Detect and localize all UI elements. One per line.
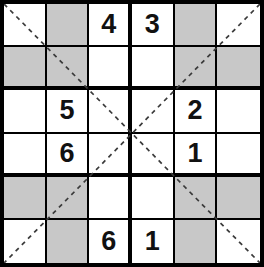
- cell-r2c5[interactable]: [175, 47, 218, 90]
- cell-r4c3[interactable]: [89, 134, 132, 177]
- cell-r5c3[interactable]: [89, 177, 132, 220]
- cell-r5c5[interactable]: [175, 177, 218, 220]
- cell-r5c1[interactable]: [4, 177, 47, 220]
- cell-r5c2[interactable]: [47, 177, 90, 220]
- cell-r1c3-given: 4: [89, 4, 132, 47]
- cell-r3c6[interactable]: [217, 90, 260, 133]
- cell-r1c1[interactable]: [4, 4, 47, 47]
- cell-r2c2[interactable]: [47, 47, 90, 90]
- cell-r6c4-given: 1: [132, 220, 175, 263]
- cell-r5c4[interactable]: [132, 177, 175, 220]
- sudoku-grid: 43526161: [4, 4, 260, 263]
- cell-r3c5-given: 2: [175, 90, 218, 133]
- cell-r3c3[interactable]: [89, 90, 132, 133]
- cell-r3c2-given: 5: [47, 90, 90, 133]
- cell-r6c5[interactable]: [175, 220, 218, 263]
- cell-r1c4-given: 3: [132, 4, 175, 47]
- cell-r1c6[interactable]: [217, 4, 260, 47]
- cell-r3c4[interactable]: [132, 90, 175, 133]
- cell-r4c2-given: 6: [47, 134, 90, 177]
- cell-r2c3[interactable]: [89, 47, 132, 90]
- cell-r2c1[interactable]: [4, 47, 47, 90]
- sudoku-board: 43526161: [0, 0, 264, 267]
- cell-r4c1[interactable]: [4, 134, 47, 177]
- cell-r1c2[interactable]: [47, 4, 90, 47]
- cell-r1c5[interactable]: [175, 4, 218, 47]
- cell-r5c6[interactable]: [217, 177, 260, 220]
- cell-r4c5-given: 1: [175, 134, 218, 177]
- cell-r4c4[interactable]: [132, 134, 175, 177]
- cell-r6c2[interactable]: [47, 220, 90, 263]
- cell-r4c6[interactable]: [217, 134, 260, 177]
- cell-r2c4[interactable]: [132, 47, 175, 90]
- cell-r2c6[interactable]: [217, 47, 260, 90]
- cell-r3c1[interactable]: [4, 90, 47, 133]
- cell-r6c6[interactable]: [217, 220, 260, 263]
- cell-r6c3-given: 6: [89, 220, 132, 263]
- cell-r6c1[interactable]: [4, 220, 47, 263]
